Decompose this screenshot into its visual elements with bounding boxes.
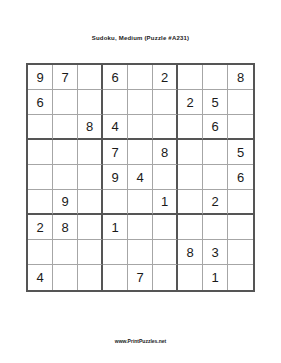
- cell-r3c4: 4: [103, 115, 128, 140]
- cell-r3c1: [28, 115, 53, 140]
- cell-r3c6: [153, 115, 178, 140]
- cell-r9c4: [103, 265, 128, 290]
- cell-r6c3: [78, 190, 103, 215]
- cell-r9c7: [178, 265, 203, 290]
- cell-r3c2: [53, 115, 78, 140]
- cell-r1c1: 9: [28, 65, 53, 90]
- cell-r3c5: [128, 115, 153, 140]
- cell-r3c7: [178, 115, 203, 140]
- cell-r2c2: [53, 90, 78, 115]
- cell-r6c7: [178, 190, 203, 215]
- cell-r3c9: [228, 115, 253, 140]
- cell-r8c5: [128, 240, 153, 265]
- cell-r4c1: [28, 140, 53, 165]
- cell-r8c9: [228, 240, 253, 265]
- cell-r2c3: [78, 90, 103, 115]
- cell-r1c3: [78, 65, 103, 90]
- cell-r6c1: [28, 190, 53, 215]
- cell-r8c7: 8: [178, 240, 203, 265]
- cell-r7c9: [228, 215, 253, 240]
- cell-r4c6: 8: [153, 140, 178, 165]
- cell-r8c3: [78, 240, 103, 265]
- cell-r7c6: [153, 215, 178, 240]
- cell-r2c6: [153, 90, 178, 115]
- puzzle-title: Sudoku, Medium (Puzzle #A231): [0, 35, 281, 41]
- cell-r5c9: 6: [228, 165, 253, 190]
- cell-r2c5: [128, 90, 153, 115]
- cell-r1c2: 7: [53, 65, 78, 90]
- cell-r9c5: 7: [128, 265, 153, 290]
- cell-r6c4: [103, 190, 128, 215]
- cell-r9c3: [78, 265, 103, 290]
- cell-r7c8: [203, 215, 228, 240]
- cell-r4c2: [53, 140, 78, 165]
- cell-r2c8: 5: [203, 90, 228, 115]
- cell-r8c8: 3: [203, 240, 228, 265]
- cell-r7c1: 2: [28, 215, 53, 240]
- cell-r6c2: 9: [53, 190, 78, 215]
- cell-r4c5: [128, 140, 153, 165]
- cell-r5c5: 4: [128, 165, 153, 190]
- cell-r6c8: 2: [203, 190, 228, 215]
- cell-r7c5: [128, 215, 153, 240]
- cell-r4c4: 7: [103, 140, 128, 165]
- cell-r5c6: [153, 165, 178, 190]
- cell-r5c4: 9: [103, 165, 128, 190]
- cell-r4c8: [203, 140, 228, 165]
- cell-r5c1: [28, 165, 53, 190]
- cell-r2c1: 6: [28, 90, 53, 115]
- cell-r9c9: [228, 265, 253, 290]
- cell-r5c8: [203, 165, 228, 190]
- puzzle-page: Sudoku, Medium (Puzzle #A231) 9762862584…: [0, 0, 281, 363]
- cell-r2c7: 2: [178, 90, 203, 115]
- cell-r6c9: [228, 190, 253, 215]
- cell-r4c9: 5: [228, 140, 253, 165]
- cell-r8c6: [153, 240, 178, 265]
- cell-r6c5: [128, 190, 153, 215]
- cell-r5c2: [53, 165, 78, 190]
- cell-r2c9: [228, 90, 253, 115]
- cell-r8c2: [53, 240, 78, 265]
- cell-r1c7: [178, 65, 203, 90]
- cell-r8c4: [103, 240, 128, 265]
- cell-r6c6: 1: [153, 190, 178, 215]
- sudoku-board: 9762862584678594691228183471: [26, 63, 255, 292]
- cell-r5c7: [178, 165, 203, 190]
- cell-r7c2: 8: [53, 215, 78, 240]
- footer-url: www.PrintPuzzles.net: [0, 338, 281, 344]
- cell-r9c1: 4: [28, 265, 53, 290]
- cell-r1c9: 8: [228, 65, 253, 90]
- cell-r1c5: [128, 65, 153, 90]
- cell-r4c7: [178, 140, 203, 165]
- cell-r9c8: 1: [203, 265, 228, 290]
- cell-r9c2: [53, 265, 78, 290]
- cell-r7c3: [78, 215, 103, 240]
- cell-r2c4: [103, 90, 128, 115]
- cell-r3c8: 6: [203, 115, 228, 140]
- cell-r8c1: [28, 240, 53, 265]
- cell-r1c8: [203, 65, 228, 90]
- cell-r4c3: [78, 140, 103, 165]
- cell-r1c4: 6: [103, 65, 128, 90]
- cell-r5c3: [78, 165, 103, 190]
- cell-r7c4: 1: [103, 215, 128, 240]
- cell-r1c6: 2: [153, 65, 178, 90]
- cell-r3c3: 8: [78, 115, 103, 140]
- cell-r9c6: [153, 265, 178, 290]
- cell-r7c7: [178, 215, 203, 240]
